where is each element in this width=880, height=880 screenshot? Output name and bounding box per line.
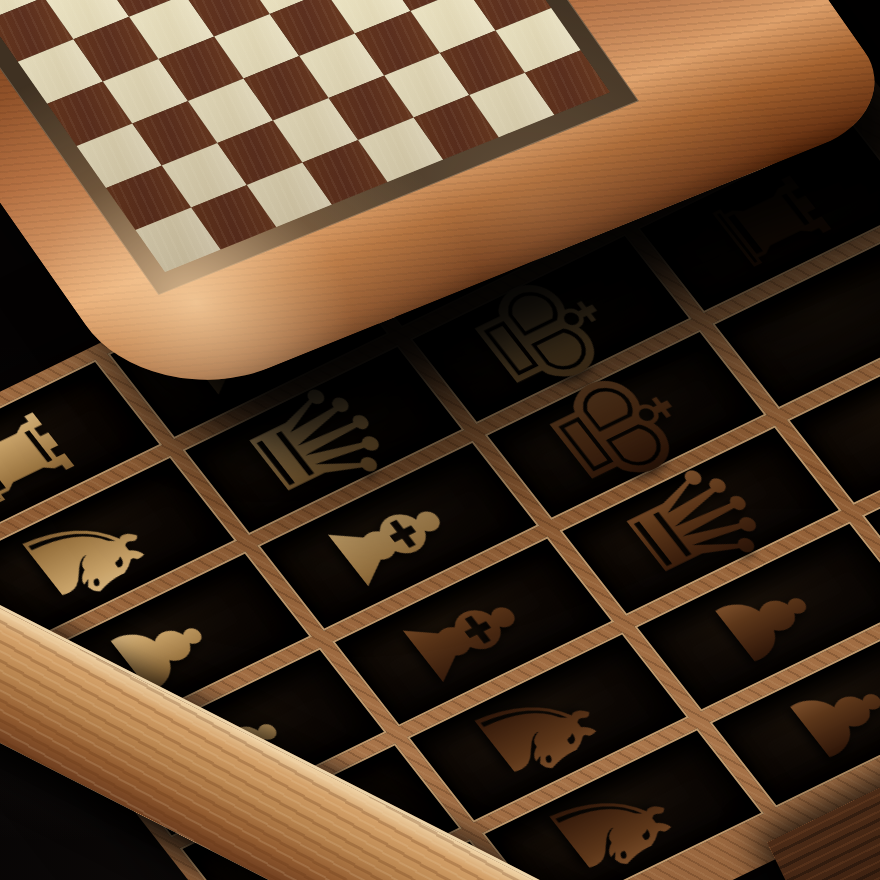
board-walnut-trim bbox=[0, 0, 637, 294]
chess-piece-dark-pawn: ♟ bbox=[764, 655, 880, 778]
chess-board bbox=[0, 0, 610, 272]
scene-background: ♜♝♞♛♚♜♟♝♚♟♝♛♜♞♟♞♟ bbox=[0, 0, 880, 880]
